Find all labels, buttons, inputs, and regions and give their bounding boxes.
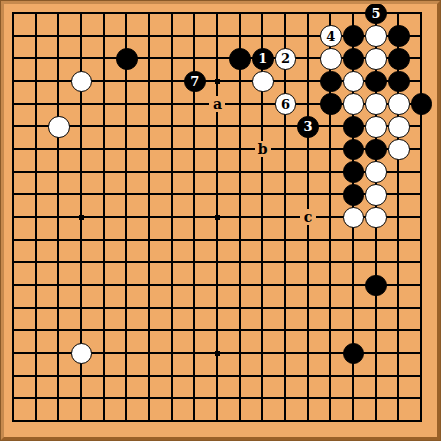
black-stone-16-9 — [343, 184, 365, 206]
white-stone-17-5 — [365, 93, 387, 115]
white-stone-17-3 — [365, 48, 387, 70]
black-stone-16-2 — [343, 25, 365, 47]
white-stone-17-2 — [365, 25, 387, 47]
move-number-6: 6 — [281, 98, 290, 111]
black-stone-18-3 — [388, 48, 410, 70]
black-stone-6-3 — [116, 48, 138, 70]
go-board: abc5412763 — [0, 0, 441, 441]
black-stone-17-4 — [365, 71, 387, 93]
black-stone-19-5 — [411, 93, 433, 115]
board-frame: abc5412763 — [1, 1, 440, 440]
white-stone-18-7 — [388, 139, 410, 161]
move-number-3: 3 — [304, 120, 313, 133]
move-number-2: 2 — [281, 52, 290, 65]
black-stone-15-5 — [320, 93, 342, 115]
black-stone-18-4 — [388, 71, 410, 93]
star-point — [79, 215, 84, 220]
black-stone-12-3: 1 — [252, 48, 274, 70]
star-point — [215, 215, 220, 220]
white-stone-3-6 — [48, 116, 70, 138]
move-number-1: 1 — [258, 52, 267, 65]
star-point — [215, 79, 220, 84]
move-number-7: 7 — [190, 75, 199, 88]
black-stone-16-3 — [343, 48, 365, 70]
white-stone-17-8 — [365, 161, 387, 183]
white-stone-13-5: 6 — [275, 93, 297, 115]
white-stone-16-5 — [343, 93, 365, 115]
black-stone-14-6: 3 — [297, 116, 319, 138]
point-label-c: c — [300, 209, 316, 225]
point-label-b: b — [255, 141, 271, 157]
black-stone-11-3 — [229, 48, 251, 70]
black-stone-16-6 — [343, 116, 365, 138]
white-stone-15-3 — [320, 48, 342, 70]
black-stone-16-8 — [343, 161, 365, 183]
black-stone-9-4: 7 — [184, 71, 206, 93]
black-stone-15-4 — [320, 71, 342, 93]
white-stone-15-2: 4 — [320, 25, 342, 47]
black-stone-17-1: 5 — [365, 4, 387, 24]
white-stone-17-9 — [365, 184, 387, 206]
white-stone-12-4 — [252, 71, 274, 93]
point-label-a: a — [209, 96, 225, 112]
board-surface: abc5412763 — [4, 4, 437, 437]
black-stone-17-7 — [365, 139, 387, 161]
move-number-4: 4 — [326, 30, 335, 43]
white-stone-18-6 — [388, 116, 410, 138]
star-point — [215, 351, 220, 356]
black-stone-18-2 — [388, 25, 410, 47]
white-stone-17-6 — [365, 116, 387, 138]
white-stone-18-5 — [388, 93, 410, 115]
white-stone-17-10 — [365, 207, 387, 229]
move-number-5: 5 — [372, 7, 381, 20]
black-stone-17-13 — [365, 275, 387, 297]
white-stone-13-3: 2 — [275, 48, 297, 70]
